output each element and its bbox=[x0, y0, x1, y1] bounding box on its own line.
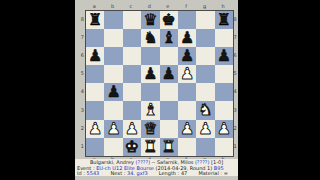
square-f1[interactable] bbox=[178, 138, 196, 156]
square-b3[interactable] bbox=[104, 101, 122, 119]
square-f8[interactable] bbox=[178, 11, 196, 29]
piece-white-pawn: ♟ bbox=[178, 65, 196, 83]
rank-label-right-3: 3 bbox=[234, 101, 241, 119]
caption-area: Bulgarski, Andrey (????) -- Safarnik, Mi… bbox=[75, 159, 238, 176]
piece-black-pawn: ♟ bbox=[160, 65, 178, 83]
square-f7[interactable]: ♟ bbox=[178, 29, 196, 47]
square-f6[interactable]: ♟ bbox=[178, 47, 196, 65]
rank-label-right-1: 1 bbox=[234, 137, 241, 155]
square-f3[interactable] bbox=[178, 101, 196, 119]
rank-label-right-8: 8 bbox=[234, 10, 241, 28]
file-label-top-f: f bbox=[177, 3, 195, 9]
square-g6[interactable] bbox=[196, 47, 214, 65]
rank-label-left-2: 2 bbox=[77, 119, 84, 137]
square-g4[interactable] bbox=[196, 83, 214, 101]
square-b5[interactable] bbox=[104, 65, 122, 83]
id-value: 5543 bbox=[87, 170, 100, 176]
square-c4[interactable] bbox=[123, 83, 141, 101]
square-a6[interactable]: ♟ bbox=[86, 47, 104, 65]
square-h3[interactable] bbox=[215, 101, 233, 119]
square-g2[interactable]: ♟ bbox=[196, 120, 214, 138]
rank-label-left-1: 1 bbox=[77, 137, 84, 155]
square-e2[interactable] bbox=[160, 120, 178, 138]
file-label-top-a: a bbox=[85, 3, 103, 9]
square-h7[interactable] bbox=[215, 29, 233, 47]
square-c5[interactable] bbox=[123, 65, 141, 83]
square-b7[interactable] bbox=[104, 29, 122, 47]
piece-white-knight: ♞ bbox=[196, 101, 214, 119]
rank-label-right-4: 4 bbox=[234, 82, 241, 100]
square-g5[interactable] bbox=[196, 65, 214, 83]
chess-board[interactable]: ♜♛♚♜♞♝♟♟♟♟♟♟♟♟♝♞♟♟♟♛♟♟♟♚♜♜ bbox=[85, 10, 234, 157]
piece-white-pawn: ♟ bbox=[86, 120, 104, 138]
square-b1[interactable] bbox=[104, 138, 122, 156]
square-a5[interactable] bbox=[86, 65, 104, 83]
square-e4[interactable] bbox=[160, 83, 178, 101]
piece-white-pawn: ♟ bbox=[215, 120, 233, 138]
rank-label-left-6: 6 bbox=[77, 46, 84, 64]
file-label-top-b: b bbox=[103, 3, 121, 9]
rank-label-right-6: 6 bbox=[234, 46, 241, 64]
square-b8[interactable] bbox=[104, 11, 122, 29]
square-h6[interactable]: ♟ bbox=[215, 47, 233, 65]
square-d8[interactable]: ♛ bbox=[141, 11, 159, 29]
square-d5[interactable]: ♟ bbox=[141, 65, 159, 83]
square-e6[interactable] bbox=[160, 47, 178, 65]
square-b4[interactable]: ♟ bbox=[104, 83, 122, 101]
file-label-top-g: g bbox=[195, 3, 213, 9]
square-e7[interactable]: ♝ bbox=[160, 29, 178, 47]
square-g8[interactable] bbox=[196, 11, 214, 29]
square-f2[interactable]: ♟ bbox=[178, 120, 196, 138]
rank-label-left-3: 3 bbox=[77, 101, 84, 119]
piece-black-knight: ♞ bbox=[141, 29, 159, 47]
square-d3[interactable]: ♝ bbox=[141, 101, 159, 119]
material-label: Material : bbox=[198, 170, 222, 176]
rank-label-right-5: 5 bbox=[234, 64, 241, 82]
square-d7[interactable]: ♞ bbox=[141, 29, 159, 47]
rank-label-left-4: 4 bbox=[77, 82, 84, 100]
square-b2[interactable]: ♟ bbox=[104, 120, 122, 138]
square-h8[interactable]: ♜ bbox=[215, 11, 233, 29]
square-e8[interactable]: ♚ bbox=[160, 11, 178, 29]
piece-black-rook: ♜ bbox=[215, 11, 233, 29]
piece-black-pawn: ♟ bbox=[215, 47, 233, 65]
piece-black-pawn: ♟ bbox=[178, 29, 196, 47]
piece-white-rook: ♜ bbox=[141, 138, 159, 156]
piece-black-pawn: ♟ bbox=[178, 47, 196, 65]
square-a3[interactable] bbox=[86, 101, 104, 119]
piece-black-pawn: ♟ bbox=[141, 65, 159, 83]
piece-white-pawn: ♟ bbox=[123, 120, 141, 138]
square-a4[interactable] bbox=[86, 83, 104, 101]
square-c3[interactable] bbox=[123, 101, 141, 119]
square-g1[interactable] bbox=[196, 138, 214, 156]
square-g7[interactable] bbox=[196, 29, 214, 47]
square-e3[interactable] bbox=[160, 101, 178, 119]
square-d6[interactable] bbox=[141, 47, 159, 65]
rank-label-left-5: 5 bbox=[77, 64, 84, 82]
rank-label-left-7: 7 bbox=[77, 28, 84, 46]
rank-label-right-7: 7 bbox=[234, 28, 241, 46]
square-h2[interactable]: ♟ bbox=[215, 120, 233, 138]
letterbox-bar-left bbox=[0, 0, 75, 180]
piece-black-king: ♚ bbox=[160, 11, 178, 29]
piece-black-queen: ♛ bbox=[141, 11, 159, 29]
piece-black-rook: ♜ bbox=[86, 11, 104, 29]
next-move: 34. gxf3 bbox=[127, 170, 148, 176]
square-f4[interactable] bbox=[178, 83, 196, 101]
piece-black-pawn: ♟ bbox=[104, 83, 122, 101]
square-h1[interactable] bbox=[215, 138, 233, 156]
rank-label-left-8: 8 bbox=[77, 10, 84, 28]
square-h4[interactable] bbox=[215, 83, 233, 101]
video-frame: ♜♛♚♜♞♝♟♟♟♟♟♟♟♟♝♞♟♟♟♛♟♟♟♚♜♜ aabbccddeeffg… bbox=[0, 0, 320, 180]
letterbox-bar-right bbox=[238, 0, 320, 180]
piece-white-bishop: ♝ bbox=[141, 101, 159, 119]
square-f5[interactable]: ♟ bbox=[178, 65, 196, 83]
file-label-top-e: e bbox=[159, 3, 177, 9]
piece-white-pawn: ♟ bbox=[104, 120, 122, 138]
square-b6[interactable] bbox=[104, 47, 122, 65]
id-label: Id : bbox=[77, 170, 85, 176]
length-label: Length : bbox=[159, 170, 180, 176]
piece-white-pawn: ♟ bbox=[196, 120, 214, 138]
square-a2[interactable]: ♟ bbox=[86, 120, 104, 138]
piece-black-pawn: ♟ bbox=[86, 47, 104, 65]
piece-white-rook: ♜ bbox=[160, 138, 178, 156]
material-value: = bbox=[224, 170, 228, 176]
square-e1[interactable]: ♜ bbox=[160, 138, 178, 156]
square-a1[interactable] bbox=[86, 138, 104, 156]
square-c6[interactable] bbox=[123, 47, 141, 65]
square-a8[interactable]: ♜ bbox=[86, 11, 104, 29]
square-e5[interactable]: ♟ bbox=[160, 65, 178, 83]
file-label-top-h: h bbox=[214, 3, 232, 9]
piece-white-pawn: ♟ bbox=[178, 120, 196, 138]
square-c8[interactable] bbox=[123, 11, 141, 29]
square-d4[interactable] bbox=[141, 83, 159, 101]
square-a7[interactable] bbox=[86, 29, 104, 47]
file-label-top-c: c bbox=[122, 3, 140, 9]
next-label: Next : bbox=[110, 170, 125, 176]
square-c2[interactable]: ♟ bbox=[123, 120, 141, 138]
square-h5[interactable] bbox=[215, 65, 233, 83]
length-value: 47 bbox=[181, 170, 187, 176]
piece-black-bishop: ♝ bbox=[160, 29, 178, 47]
file-label-top-d: d bbox=[140, 3, 158, 9]
piece-white-queen: ♛ bbox=[141, 120, 159, 138]
square-d2[interactable]: ♛ bbox=[141, 120, 159, 138]
square-g3[interactable]: ♞ bbox=[196, 101, 214, 119]
piece-white-king: ♚ bbox=[123, 138, 141, 156]
square-c7[interactable] bbox=[123, 29, 141, 47]
rank-label-right-2: 2 bbox=[234, 119, 241, 137]
square-d1[interactable]: ♜ bbox=[141, 138, 159, 156]
caption-meta-line: Id : 5543 Next : 34. gxf3 Length : 47 Ma… bbox=[75, 171, 240, 176]
square-c1[interactable]: ♚ bbox=[123, 138, 141, 156]
